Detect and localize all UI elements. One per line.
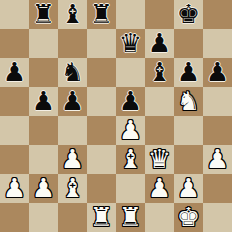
black-rook-icon: ♜ <box>29 0 58 29</box>
square-a1[interactable] <box>0 203 29 232</box>
white-pawn-icon: ♟ <box>58 145 87 174</box>
square-e2[interactable] <box>116 174 145 203</box>
square-a3[interactable] <box>0 145 29 174</box>
black-queen-icon: ♛ <box>116 29 145 58</box>
square-b2[interactable]: ♟ <box>29 174 58 203</box>
square-f4[interactable] <box>145 116 174 145</box>
square-e5[interactable]: ♟ <box>116 87 145 116</box>
white-queen-icon: ♛ <box>145 145 174 174</box>
square-g8[interactable]: ♚ <box>174 0 203 29</box>
square-f6[interactable]: ♝ <box>145 58 174 87</box>
square-g3[interactable] <box>174 145 203 174</box>
square-e8[interactable] <box>116 0 145 29</box>
square-h7[interactable] <box>203 29 232 58</box>
black-pawn-icon: ♟ <box>29 87 58 116</box>
square-g5[interactable]: ♞ <box>174 87 203 116</box>
square-f7[interactable]: ♟ <box>145 29 174 58</box>
white-pawn-icon: ♟ <box>174 174 203 203</box>
square-d2[interactable] <box>87 174 116 203</box>
black-pawn-icon: ♟ <box>203 58 232 87</box>
square-f5[interactable] <box>145 87 174 116</box>
white-rook-icon: ♜ <box>116 203 145 232</box>
square-f3[interactable]: ♛ <box>145 145 174 174</box>
white-rook-icon: ♜ <box>87 203 116 232</box>
square-h2[interactable] <box>203 174 232 203</box>
square-c7[interactable] <box>58 29 87 58</box>
black-pawn-icon: ♟ <box>58 87 87 116</box>
square-a4[interactable] <box>0 116 29 145</box>
square-a7[interactable] <box>0 29 29 58</box>
black-knight-icon: ♞ <box>58 58 87 87</box>
square-d7[interactable] <box>87 29 116 58</box>
black-pawn-icon: ♟ <box>174 58 203 87</box>
square-c6[interactable]: ♞ <box>58 58 87 87</box>
square-h6[interactable]: ♟ <box>203 58 232 87</box>
square-d6[interactable] <box>87 58 116 87</box>
black-pawn-icon: ♟ <box>145 29 174 58</box>
square-c2[interactable]: ♝ <box>58 174 87 203</box>
black-bishop-icon: ♝ <box>58 0 87 29</box>
white-bishop-icon: ♝ <box>58 174 87 203</box>
square-a2[interactable]: ♟ <box>0 174 29 203</box>
square-d8[interactable]: ♜ <box>87 0 116 29</box>
white-pawn-icon: ♟ <box>29 174 58 203</box>
white-king-icon: ♚ <box>174 203 203 232</box>
square-h5[interactable] <box>203 87 232 116</box>
square-e4[interactable]: ♟ <box>116 116 145 145</box>
square-g7[interactable] <box>174 29 203 58</box>
square-c5[interactable]: ♟ <box>58 87 87 116</box>
square-e1[interactable]: ♜ <box>116 203 145 232</box>
white-pawn-icon: ♟ <box>0 174 29 203</box>
square-b4[interactable] <box>29 116 58 145</box>
square-b8[interactable]: ♜ <box>29 0 58 29</box>
black-rook-icon: ♜ <box>87 0 116 29</box>
square-b3[interactable] <box>29 145 58 174</box>
square-a5[interactable] <box>0 87 29 116</box>
square-d5[interactable] <box>87 87 116 116</box>
chess-board: ♜♝♜♚♛♟♟♞♝♟♟♟♟♟♞♟♟♝♛♟♟♟♝♟♟♜♜♚ <box>0 0 232 232</box>
square-e3[interactable]: ♝ <box>116 145 145 174</box>
square-e7[interactable]: ♛ <box>116 29 145 58</box>
square-d4[interactable] <box>87 116 116 145</box>
square-c4[interactable] <box>58 116 87 145</box>
square-e6[interactable] <box>116 58 145 87</box>
square-c1[interactable] <box>58 203 87 232</box>
square-b5[interactable]: ♟ <box>29 87 58 116</box>
square-g1[interactable]: ♚ <box>174 203 203 232</box>
square-c3[interactable]: ♟ <box>58 145 87 174</box>
square-h3[interactable]: ♟ <box>203 145 232 174</box>
square-d1[interactable]: ♜ <box>87 203 116 232</box>
square-c8[interactable]: ♝ <box>58 0 87 29</box>
black-bishop-icon: ♝ <box>145 58 174 87</box>
square-f1[interactable] <box>145 203 174 232</box>
square-f2[interactable]: ♟ <box>145 174 174 203</box>
white-pawn-icon: ♟ <box>203 145 232 174</box>
square-a6[interactable]: ♟ <box>0 58 29 87</box>
square-f8[interactable] <box>145 0 174 29</box>
square-b7[interactable] <box>29 29 58 58</box>
black-pawn-icon: ♟ <box>116 87 145 116</box>
square-h4[interactable] <box>203 116 232 145</box>
white-knight-icon: ♞ <box>174 87 203 116</box>
white-pawn-icon: ♟ <box>116 116 145 145</box>
square-g4[interactable] <box>174 116 203 145</box>
square-b6[interactable] <box>29 58 58 87</box>
square-g2[interactable]: ♟ <box>174 174 203 203</box>
white-bishop-icon: ♝ <box>116 145 145 174</box>
square-h1[interactable] <box>203 203 232 232</box>
black-king-icon: ♚ <box>174 0 203 29</box>
square-b1[interactable] <box>29 203 58 232</box>
square-a8[interactable] <box>0 0 29 29</box>
square-g6[interactable]: ♟ <box>174 58 203 87</box>
white-pawn-icon: ♟ <box>145 174 174 203</box>
square-h8[interactable] <box>203 0 232 29</box>
black-pawn-icon: ♟ <box>0 58 29 87</box>
square-d3[interactable] <box>87 145 116 174</box>
